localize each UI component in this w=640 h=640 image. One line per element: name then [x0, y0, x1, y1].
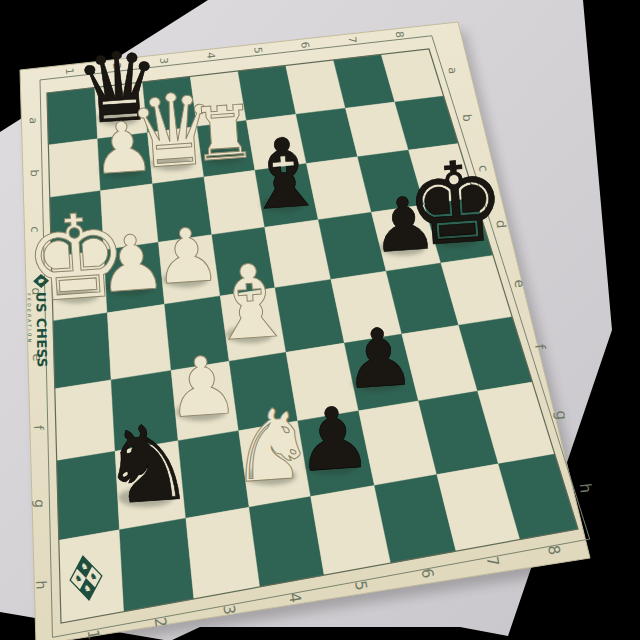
black-bishop-c5[interactable]: ♝: [237, 115, 330, 233]
chess-board-photo: 1122334455667788aabbccddeeffgghh♞US CHES…: [0, 0, 640, 640]
black-king-d8[interactable]: ♚: [401, 135, 510, 272]
rank-label-top-4: 4: [205, 52, 218, 60]
corner-logo-knight-icon: ♞: [74, 573, 83, 584]
black-pawn-g5[interactable]: ♟: [292, 387, 375, 491]
black-knight-g2[interactable]: ♞: [96, 401, 198, 529]
file-label-right-b: b: [460, 113, 475, 122]
rank-label-top-3: 3: [158, 57, 171, 65]
photo-canvas: 1122334455667788aabbccddeeffgghh♞US CHES…: [0, 0, 640, 640]
rank-label-top-8: 8: [394, 31, 407, 39]
file-label-left-b: b: [27, 169, 40, 177]
file-label-left-a: a: [26, 117, 39, 124]
rank-label-top-6: 6: [299, 41, 312, 49]
file-label-right-g: g: [553, 409, 571, 420]
corner-logo-knight-icon: ♞: [83, 582, 92, 593]
file-label-left-g: g: [32, 499, 48, 508]
square-h2[interactable]: [119, 518, 193, 611]
file-label-right-a: a: [445, 67, 459, 75]
file-label-right-e: e: [512, 279, 529, 289]
corner-logo-knight-icon: ♞: [80, 561, 89, 572]
rank-label-top-7: 7: [346, 36, 359, 44]
file-label-right-h: h: [576, 482, 595, 494]
rank-label-top-5: 5: [252, 46, 265, 54]
rank-label-bottom-1: 1: [84, 628, 103, 640]
file-label-left-h: h: [33, 580, 49, 590]
corner-logo-knight-icon: ♞: [89, 570, 98, 581]
